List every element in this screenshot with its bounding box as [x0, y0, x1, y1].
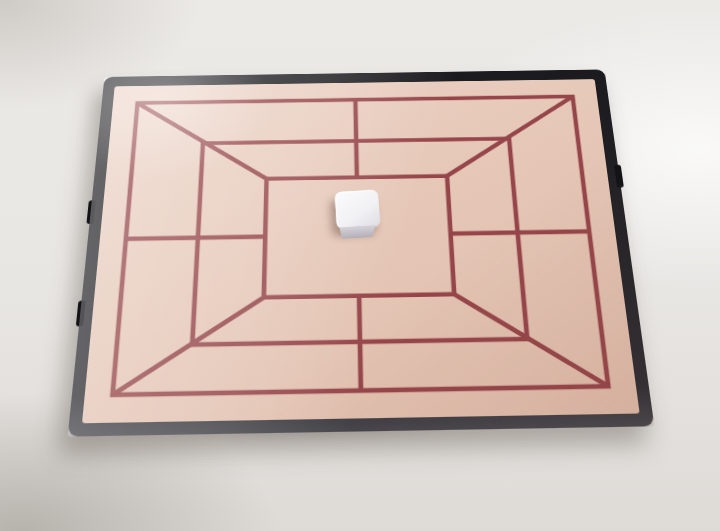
die-top-face-5	[335, 189, 381, 229]
windowsill-scene	[0, 0, 720, 531]
morris-board	[68, 69, 655, 436]
points-grid	[71, 76, 650, 415]
die-front-face	[339, 225, 378, 239]
die[interactable]	[335, 190, 381, 238]
